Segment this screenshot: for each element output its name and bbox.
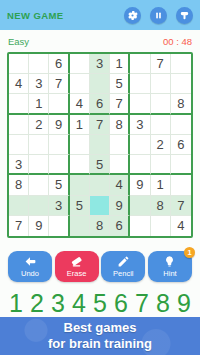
pencil-label: Pencil <box>113 269 133 278</box>
cell-r5c6[interactable] <box>110 135 130 155</box>
cell-r6c2[interactable] <box>29 155 49 175</box>
cell-r2c7[interactable] <box>130 74 150 94</box>
cell-r2c5[interactable] <box>90 74 110 94</box>
cell-r9c1[interactable]: 7 <box>9 216 29 236</box>
cell-r1c3[interactable]: 6 <box>49 54 69 74</box>
cell-r2c3[interactable]: 7 <box>49 74 69 94</box>
sudoku-board[interactable]: 63174375146782917832635854913598779864 <box>7 52 193 238</box>
cell-r3c4[interactable]: 4 <box>70 94 90 114</box>
cell-r3c8[interactable] <box>151 94 171 114</box>
cell-r3c3[interactable] <box>49 94 69 114</box>
cell-r8c9[interactable]: 7 <box>171 196 191 216</box>
cell-r5c8[interactable]: 2 <box>151 135 171 155</box>
cell-r8c7[interactable] <box>130 196 150 216</box>
eraser-icon <box>70 255 83 268</box>
hint-button[interactable]: 1 Hint <box>148 251 192 282</box>
cell-r6c6[interactable] <box>110 155 130 175</box>
cell-r8c6[interactable]: 9 <box>110 196 130 216</box>
cell-r1c5[interactable]: 3 <box>90 54 110 74</box>
cell-r8c1[interactable] <box>9 196 29 216</box>
pause-button[interactable] <box>150 7 167 24</box>
cell-r8c4[interactable]: 5 <box>70 196 90 216</box>
cell-r1c9[interactable] <box>171 54 191 74</box>
numpad-8[interactable]: 8 <box>154 289 172 317</box>
numpad-7[interactable]: 7 <box>133 289 151 317</box>
cell-r3c7[interactable] <box>130 94 150 114</box>
banner-line-2: for brain training <box>48 336 152 352</box>
cell-r4c6[interactable]: 8 <box>110 115 130 135</box>
cell-r7c1[interactable]: 8 <box>9 175 29 195</box>
pencil-button[interactable]: Pencil <box>101 251 145 282</box>
undo-label: Undo <box>21 269 39 278</box>
cell-r8c8[interactable]: 8 <box>151 196 171 216</box>
number-pad: 123456789 <box>0 289 200 317</box>
cell-r5c9[interactable]: 6 <box>171 135 191 155</box>
cell-r4c7[interactable]: 3 <box>130 115 150 135</box>
cell-r1c2[interactable] <box>29 54 49 74</box>
pencil-icon <box>117 255 130 268</box>
cell-r5c7[interactable] <box>130 135 150 155</box>
cell-r7c3[interactable]: 5 <box>49 175 69 195</box>
top-bar: NEW GAME <box>0 0 200 30</box>
cell-r6c3[interactable] <box>49 155 69 175</box>
cell-r6c5[interactable]: 5 <box>90 155 110 175</box>
cell-r4c3[interactable]: 9 <box>49 115 69 135</box>
cell-r1c4[interactable] <box>70 54 90 74</box>
hint-label: Hint <box>163 269 176 278</box>
cell-r6c1[interactable]: 3 <box>9 155 29 175</box>
cell-r3c9[interactable]: 8 <box>171 94 191 114</box>
numpad-3[interactable]: 3 <box>49 289 67 317</box>
timer: 00 : 48 <box>163 36 192 47</box>
page-title: NEW GAME <box>7 10 115 21</box>
cell-r5c1[interactable] <box>9 135 29 155</box>
cell-r1c7[interactable] <box>130 54 150 74</box>
cell-r7c8[interactable]: 1 <box>151 175 171 195</box>
undo-arrow-icon <box>24 255 37 268</box>
cell-r3c1[interactable] <box>9 94 29 114</box>
cell-r4c9[interactable] <box>171 115 191 135</box>
cell-r9c4[interactable] <box>70 216 90 236</box>
cell-r7c7[interactable]: 9 <box>130 175 150 195</box>
tools-button[interactable] <box>176 7 193 24</box>
cell-r2c6[interactable]: 5 <box>110 74 130 94</box>
cell-r9c8[interactable] <box>151 216 171 236</box>
numpad-9[interactable]: 9 <box>175 289 193 317</box>
cell-r2c4[interactable] <box>70 74 90 94</box>
hint-badge: 1 <box>184 247 195 258</box>
erase-label: Erase <box>67 269 87 278</box>
cell-r9c9[interactable]: 4 <box>171 216 191 236</box>
cell-r7c9[interactable] <box>171 175 191 195</box>
cell-r5c4[interactable] <box>70 135 90 155</box>
numpad-6[interactable]: 6 <box>112 289 130 317</box>
cell-r8c3[interactable]: 3 <box>49 196 69 216</box>
numpad-5[interactable]: 5 <box>91 289 109 317</box>
cell-r4c8[interactable] <box>151 115 171 135</box>
cell-r2c2[interactable]: 3 <box>29 74 49 94</box>
cell-r8c2[interactable] <box>29 196 49 216</box>
cell-r7c4[interactable] <box>70 175 90 195</box>
cell-r8c5[interactable] <box>90 196 110 216</box>
lightbulb-icon <box>163 255 176 268</box>
gear-icon <box>127 10 138 21</box>
cell-r4c2[interactable]: 2 <box>29 115 49 135</box>
cell-r1c6[interactable]: 1 <box>110 54 130 74</box>
cell-r1c8[interactable]: 7 <box>151 54 171 74</box>
cell-r3c5[interactable]: 6 <box>90 94 110 114</box>
cell-r3c2[interactable]: 1 <box>29 94 49 114</box>
numpad-1[interactable]: 1 <box>7 289 25 317</box>
cell-r7c2[interactable] <box>29 175 49 195</box>
cell-r4c5[interactable]: 7 <box>90 115 110 135</box>
cell-r5c3[interactable] <box>49 135 69 155</box>
sudoku-app: NEW GAME Easy 00 : 48 631743751467829178… <box>0 0 200 355</box>
cell-r2c8[interactable] <box>151 74 171 94</box>
cell-r7c5[interactable] <box>90 175 110 195</box>
cell-r4c1[interactable] <box>9 115 29 135</box>
cell-r1c1[interactable] <box>9 54 29 74</box>
cell-r3c6[interactable]: 7 <box>110 94 130 114</box>
cell-r2c9[interactable] <box>171 74 191 94</box>
pause-icon <box>153 10 164 21</box>
cell-r2c1[interactable]: 4 <box>9 74 29 94</box>
settings-button[interactable] <box>124 7 141 24</box>
status-row: Easy 00 : 48 <box>0 30 200 52</box>
banner-line-1: Best games <box>64 320 137 336</box>
cell-r5c5[interactable] <box>90 135 110 155</box>
numpad-2[interactable]: 2 <box>28 289 46 317</box>
undo-button[interactable]: Undo <box>8 251 52 282</box>
cell-r6c8[interactable] <box>151 155 171 175</box>
difficulty-label: Easy <box>8 36 29 47</box>
erase-button[interactable]: Erase <box>55 251 99 282</box>
toolbar: Undo Erase Pencil 1 Hint <box>0 251 200 282</box>
cell-r9c6[interactable]: 6 <box>110 216 130 236</box>
cell-r4c4[interactable]: 1 <box>70 115 90 135</box>
numpad-4[interactable]: 4 <box>70 289 88 317</box>
cell-r6c9[interactable] <box>171 155 191 175</box>
cell-r6c7[interactable] <box>130 155 150 175</box>
cell-r6c4[interactable] <box>70 155 90 175</box>
cell-r7c6[interactable]: 4 <box>110 175 130 195</box>
hammer-icon <box>179 10 190 21</box>
cell-r9c2[interactable]: 9 <box>29 216 49 236</box>
cell-r9c7[interactable] <box>130 216 150 236</box>
cell-r5c2[interactable] <box>29 135 49 155</box>
ad-banner[interactable]: Best games for brain training <box>0 317 200 355</box>
cell-r9c5[interactable]: 8 <box>90 216 110 236</box>
cell-r9c3[interactable] <box>49 216 69 236</box>
